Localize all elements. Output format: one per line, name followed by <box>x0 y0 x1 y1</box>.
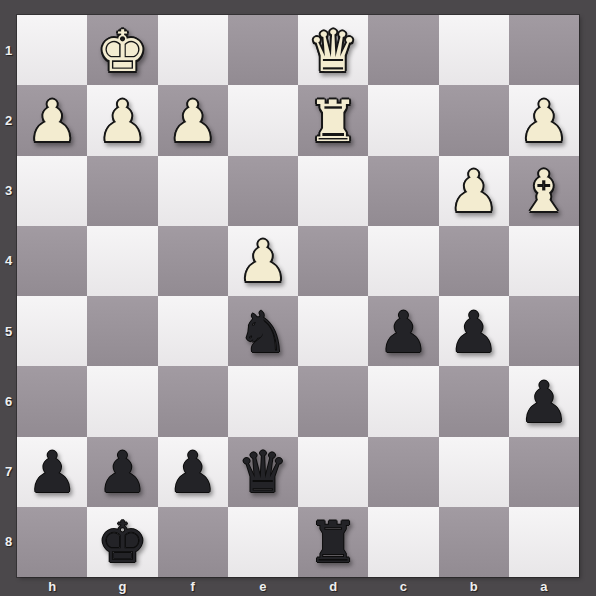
square-e7[interactable]: ♛ <box>228 437 298 507</box>
square-g5[interactable] <box>87 296 157 366</box>
square-d7[interactable] <box>298 437 368 507</box>
square-a6[interactable]: ♟ <box>509 366 579 436</box>
square-h1[interactable] <box>17 15 87 85</box>
square-d8[interactable]: ♜ <box>298 507 368 577</box>
square-h8[interactable] <box>17 507 87 577</box>
square-g1[interactable]: ♚ <box>87 15 157 85</box>
rank-label-5: 5 <box>0 296 17 366</box>
square-g2[interactable]: ♟ <box>87 85 157 155</box>
black-rook-d8[interactable]: ♜ <box>308 514 359 571</box>
square-h3[interactable] <box>17 156 87 226</box>
square-h7[interactable]: ♟ <box>17 437 87 507</box>
file-label-h: h <box>17 577 87 596</box>
square-d3[interactable] <box>298 156 368 226</box>
square-b4[interactable] <box>439 226 509 296</box>
square-e6[interactable] <box>228 366 298 436</box>
square-h2[interactable]: ♟ <box>17 85 87 155</box>
square-c4[interactable] <box>368 226 438 296</box>
square-d4[interactable] <box>298 226 368 296</box>
file-label-g: g <box>87 577 157 596</box>
black-pawn-g7[interactable]: ♟ <box>97 444 148 501</box>
rank-label-7: 7 <box>0 437 17 507</box>
square-d2[interactable]: ♜ <box>298 85 368 155</box>
rank-label-1: 1 <box>0 15 17 85</box>
square-c6[interactable] <box>368 366 438 436</box>
file-label-f: f <box>158 577 228 596</box>
black-queen-e7[interactable]: ♛ <box>237 444 288 501</box>
rank-label-8: 8 <box>0 507 17 577</box>
square-f6[interactable] <box>158 366 228 436</box>
square-f7[interactable]: ♟ <box>158 437 228 507</box>
rank-labels: 12345678 <box>0 15 17 577</box>
square-e1[interactable] <box>228 15 298 85</box>
black-pawn-f7[interactable]: ♟ <box>167 444 218 501</box>
square-f4[interactable] <box>158 226 228 296</box>
square-c5[interactable]: ♟ <box>368 296 438 366</box>
square-a1[interactable] <box>509 15 579 85</box>
square-h5[interactable] <box>17 296 87 366</box>
white-pawn-f2[interactable]: ♟ <box>167 93 218 150</box>
square-c1[interactable] <box>368 15 438 85</box>
white-pawn-g2[interactable]: ♟ <box>97 93 148 150</box>
rank-label-4: 4 <box>0 226 17 296</box>
square-f2[interactable]: ♟ <box>158 85 228 155</box>
square-h6[interactable] <box>17 366 87 436</box>
black-king-g8[interactable]: ♚ <box>97 514 148 571</box>
square-e4[interactable]: ♟ <box>228 226 298 296</box>
square-g6[interactable] <box>87 366 157 436</box>
square-f5[interactable] <box>158 296 228 366</box>
square-e3[interactable] <box>228 156 298 226</box>
white-pawn-h2[interactable]: ♟ <box>27 93 78 150</box>
white-bishop-a3[interactable]: ♝ <box>518 163 569 220</box>
black-pawn-c5[interactable]: ♟ <box>378 304 429 361</box>
square-d1[interactable]: ♛ <box>298 15 368 85</box>
square-b2[interactable] <box>439 85 509 155</box>
black-knight-e5[interactable]: ♞ <box>237 304 288 361</box>
square-c7[interactable] <box>368 437 438 507</box>
rank-label-2: 2 <box>0 85 17 155</box>
white-king-g1[interactable]: ♚ <box>97 23 148 80</box>
square-b1[interactable] <box>439 15 509 85</box>
square-d6[interactable] <box>298 366 368 436</box>
square-h4[interactable] <box>17 226 87 296</box>
square-b3[interactable]: ♟ <box>439 156 509 226</box>
file-label-a: a <box>509 577 579 596</box>
square-a4[interactable] <box>509 226 579 296</box>
square-g4[interactable] <box>87 226 157 296</box>
black-pawn-b5[interactable]: ♟ <box>448 304 499 361</box>
black-pawn-a6[interactable]: ♟ <box>518 374 569 431</box>
square-a2[interactable]: ♟ <box>509 85 579 155</box>
square-f3[interactable] <box>158 156 228 226</box>
rank-label-3: 3 <box>0 156 17 226</box>
chess-board: ♚♛♟♟♟♜♟♟♝♟♞♟♟♟♟♟♟♛♚♜ <box>17 15 579 577</box>
rank-label-6: 6 <box>0 366 17 436</box>
square-b8[interactable] <box>439 507 509 577</box>
square-e2[interactable] <box>228 85 298 155</box>
square-f1[interactable] <box>158 15 228 85</box>
square-a8[interactable] <box>509 507 579 577</box>
white-pawn-b3[interactable]: ♟ <box>448 163 499 220</box>
square-b7[interactable] <box>439 437 509 507</box>
square-b6[interactable] <box>439 366 509 436</box>
white-rook-d2[interactable]: ♜ <box>308 93 359 150</box>
square-g7[interactable]: ♟ <box>87 437 157 507</box>
square-c8[interactable] <box>368 507 438 577</box>
file-label-d: d <box>298 577 368 596</box>
square-e8[interactable] <box>228 507 298 577</box>
square-a5[interactable] <box>509 296 579 366</box>
file-label-e: e <box>228 577 298 596</box>
square-g3[interactable] <box>87 156 157 226</box>
square-f8[interactable] <box>158 507 228 577</box>
square-a3[interactable]: ♝ <box>509 156 579 226</box>
square-a7[interactable] <box>509 437 579 507</box>
file-label-c: c <box>368 577 438 596</box>
square-b5[interactable]: ♟ <box>439 296 509 366</box>
square-d5[interactable] <box>298 296 368 366</box>
white-pawn-e4[interactable]: ♟ <box>237 233 288 290</box>
black-pawn-h7[interactable]: ♟ <box>27 444 78 501</box>
square-e5[interactable]: ♞ <box>228 296 298 366</box>
file-labels: hgfedcba <box>17 577 579 596</box>
square-c2[interactable] <box>368 85 438 155</box>
white-queen-d1[interactable]: ♛ <box>308 23 359 80</box>
board-frame: 12345678 ♚♛♟♟♟♜♟♟♝♟♞♟♟♟♟♟♟♛♚♜ hgfedcba <box>0 0 596 596</box>
white-pawn-a2[interactable]: ♟ <box>518 93 569 150</box>
square-g8[interactable]: ♚ <box>87 507 157 577</box>
file-label-b: b <box>439 577 509 596</box>
square-c3[interactable] <box>368 156 438 226</box>
